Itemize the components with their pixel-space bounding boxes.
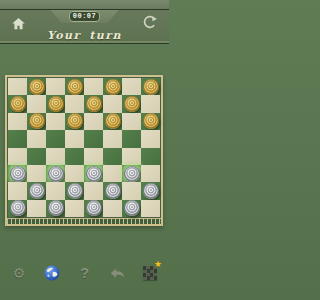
board-square[interactable] [122,182,141,199]
gold-piece[interactable] [105,79,121,95]
silver-piece[interactable] [48,166,64,182]
gold-piece[interactable] [29,113,45,129]
gold-piece[interactable] [48,96,64,112]
silver-piece[interactable] [10,200,26,216]
gold-piece[interactable] [10,96,26,112]
board-square[interactable] [8,165,27,182]
board-square[interactable] [141,200,160,217]
gold-piece[interactable] [105,113,121,129]
board-square[interactable] [46,165,65,182]
board-square[interactable] [103,200,122,217]
board-square[interactable] [27,148,46,165]
undo-button[interactable] [108,264,126,282]
silver-piece[interactable] [124,200,140,216]
board-square[interactable] [65,165,84,182]
board-square[interactable] [84,182,103,199]
help-button[interactable]: ? [76,264,94,282]
board-square[interactable] [122,78,141,95]
bottom-toolbar: ⚙ ? ★ [0,262,169,284]
board-square[interactable] [65,78,84,95]
board-square[interactable] [141,113,160,130]
board-square[interactable] [84,148,103,165]
board-square[interactable] [8,78,27,95]
board-square[interactable] [141,95,160,112]
board-square[interactable] [84,165,103,182]
board-square[interactable] [103,78,122,95]
silver-piece[interactable] [86,200,102,216]
globe-icon [43,264,61,282]
board-square[interactable] [65,113,84,130]
gold-piece[interactable] [143,79,159,95]
board-square[interactable] [27,200,46,217]
board-square[interactable] [122,148,141,165]
board-square[interactable] [122,113,141,130]
undo-arrow-icon [109,265,126,282]
board-square[interactable] [46,130,65,147]
board-square[interactable] [84,200,103,217]
board-square[interactable] [8,113,27,130]
star-icon: ★ [154,260,162,269]
silver-piece[interactable] [143,183,159,199]
board-square[interactable] [141,182,160,199]
silver-piece[interactable] [86,166,102,182]
board-square[interactable] [141,130,160,147]
silver-piece[interactable] [105,183,121,199]
board-square[interactable] [122,95,141,112]
settings-button[interactable]: ⚙ [10,264,28,282]
board-square[interactable] [8,130,27,147]
top-strip [0,0,169,10]
board-square[interactable] [46,200,65,217]
silver-piece[interactable] [48,200,64,216]
board-square[interactable] [103,148,122,165]
board-square[interactable] [103,113,122,130]
gold-piece[interactable] [124,96,140,112]
silver-piece[interactable] [124,166,140,182]
silver-piece[interactable] [67,183,83,199]
board-square[interactable] [84,78,103,95]
board-square[interactable] [141,78,160,95]
board-square[interactable] [141,148,160,165]
board-square[interactable] [103,165,122,182]
board-square[interactable] [27,95,46,112]
board-square[interactable] [8,182,27,199]
board-square[interactable] [65,130,84,147]
board-square[interactable] [65,95,84,112]
achievements-button[interactable]: ★ [141,264,159,282]
board-square[interactable] [27,182,46,199]
board-ledge [7,218,161,224]
question-mark-icon: ? [80,264,89,282]
board-square[interactable] [46,78,65,95]
restart-icon [142,14,158,30]
online-play-button[interactable] [43,264,61,282]
board-square[interactable] [8,148,27,165]
board-square[interactable] [46,95,65,112]
board-square[interactable] [27,113,46,130]
board-square[interactable] [65,182,84,199]
board-square[interactable] [46,113,65,130]
gold-piece[interactable] [67,113,83,129]
board-square[interactable] [65,200,84,217]
board-square[interactable] [8,95,27,112]
board-square[interactable] [46,148,65,165]
silver-piece[interactable] [10,166,26,182]
gold-piece[interactable] [29,79,45,95]
gold-piece[interactable] [86,96,102,112]
board-square[interactable] [27,130,46,147]
board-square[interactable] [103,182,122,199]
board-square[interactable] [46,182,65,199]
board-square[interactable] [84,95,103,112]
board-square[interactable] [122,200,141,217]
board-square[interactable] [84,130,103,147]
board-square[interactable] [122,165,141,182]
silver-piece[interactable] [29,183,45,199]
board-square[interactable] [27,78,46,95]
timer: 00:07 [69,11,101,22]
board-square[interactable] [8,200,27,217]
gear-icon: ⚙ [13,264,26,282]
board-grid [7,77,161,218]
timer-tab: 00:07 [51,10,119,23]
gold-piece[interactable] [143,113,159,129]
turn-status: Your turn [0,29,169,42]
gold-piece[interactable] [67,79,83,95]
board-square[interactable] [122,130,141,147]
board-square[interactable] [103,130,122,147]
board-square[interactable] [84,113,103,130]
checkers-board [5,75,163,226]
board-square[interactable] [141,165,160,182]
board-square[interactable] [103,95,122,112]
board-square[interactable] [65,148,84,165]
board-square[interactable] [27,165,46,182]
